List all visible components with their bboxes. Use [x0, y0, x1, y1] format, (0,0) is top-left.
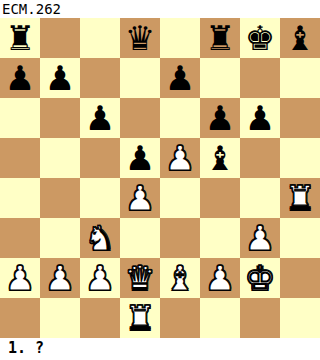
square-g2[interactable]: ♚ [240, 258, 280, 298]
square-f3[interactable] [200, 218, 240, 258]
square-g1[interactable] [240, 298, 280, 338]
square-g5[interactable] [240, 138, 280, 178]
black-rook-piece: ♜ [200, 18, 240, 58]
square-a1[interactable] [0, 298, 40, 338]
square-c6[interactable]: ♟ [80, 98, 120, 138]
square-b2[interactable]: ♟ [40, 258, 80, 298]
square-a2[interactable]: ♟ [0, 258, 40, 298]
square-f6[interactable]: ♟ [200, 98, 240, 138]
square-e2[interactable]: ♝ [160, 258, 200, 298]
square-g3[interactable]: ♟ [240, 218, 280, 258]
square-h4[interactable]: ♜ [280, 178, 320, 218]
black-pawn-piece: ♟ [120, 138, 160, 178]
white-pawn-piece: ♟ [40, 258, 80, 298]
square-c8[interactable] [80, 18, 120, 58]
square-h3[interactable] [280, 218, 320, 258]
square-d4[interactable]: ♟ [120, 178, 160, 218]
square-d8[interactable]: ♛ [120, 18, 160, 58]
square-e4[interactable] [160, 178, 200, 218]
square-c5[interactable] [80, 138, 120, 178]
square-d1[interactable]: ♜ [120, 298, 160, 338]
square-c2[interactable]: ♟ [80, 258, 120, 298]
black-queen-piece: ♛ [120, 18, 160, 58]
square-b3[interactable] [40, 218, 80, 258]
square-f7[interactable] [200, 58, 240, 98]
square-e7[interactable]: ♟ [160, 58, 200, 98]
square-f5[interactable]: ♝ [200, 138, 240, 178]
square-g7[interactable] [240, 58, 280, 98]
square-b1[interactable] [40, 298, 80, 338]
square-g8[interactable]: ♚ [240, 18, 280, 58]
chess-board: ♜♛♜♚♝♟♟♟♟♟♟♟♟♝♟♜♞♟♟♟♟♛♝♟♚♜ [0, 18, 320, 338]
white-rook-piece: ♜ [280, 178, 320, 218]
square-f1[interactable] [200, 298, 240, 338]
black-pawn-piece: ♟ [160, 58, 200, 98]
black-rook-piece: ♜ [0, 18, 40, 58]
white-pawn-piece: ♟ [120, 178, 160, 218]
square-h8[interactable]: ♝ [280, 18, 320, 58]
square-d2[interactable]: ♛ [120, 258, 160, 298]
square-c1[interactable] [80, 298, 120, 338]
square-a7[interactable]: ♟ [0, 58, 40, 98]
square-e8[interactable] [160, 18, 200, 58]
square-h7[interactable] [280, 58, 320, 98]
square-h6[interactable] [280, 98, 320, 138]
square-b8[interactable] [40, 18, 80, 58]
black-pawn-piece: ♟ [200, 98, 240, 138]
square-b7[interactable]: ♟ [40, 58, 80, 98]
square-f4[interactable] [200, 178, 240, 218]
square-a6[interactable] [0, 98, 40, 138]
square-c3[interactable]: ♞ [80, 218, 120, 258]
square-e6[interactable] [160, 98, 200, 138]
white-pawn-piece: ♟ [80, 258, 120, 298]
black-king-piece: ♚ [240, 18, 280, 58]
black-pawn-piece: ♟ [80, 98, 120, 138]
square-b6[interactable] [40, 98, 80, 138]
black-pawn-piece: ♟ [40, 58, 80, 98]
square-e1[interactable] [160, 298, 200, 338]
square-a4[interactable] [0, 178, 40, 218]
square-h1[interactable] [280, 298, 320, 338]
square-d6[interactable] [120, 98, 160, 138]
square-e3[interactable] [160, 218, 200, 258]
square-a8[interactable]: ♜ [0, 18, 40, 58]
square-c4[interactable] [80, 178, 120, 218]
white-king-piece: ♚ [240, 258, 280, 298]
square-c7[interactable] [80, 58, 120, 98]
white-rook-piece: ♜ [120, 298, 160, 338]
square-a5[interactable] [0, 138, 40, 178]
square-a3[interactable] [0, 218, 40, 258]
white-knight-piece: ♞ [80, 218, 120, 258]
square-d5[interactable]: ♟ [120, 138, 160, 178]
square-b5[interactable] [40, 138, 80, 178]
black-bishop-piece: ♝ [200, 138, 240, 178]
square-h2[interactable] [280, 258, 320, 298]
square-f8[interactable]: ♜ [200, 18, 240, 58]
black-pawn-piece: ♟ [240, 98, 280, 138]
square-g4[interactable] [240, 178, 280, 218]
square-b4[interactable] [40, 178, 80, 218]
white-pawn-piece: ♟ [160, 138, 200, 178]
black-pawn-piece: ♟ [0, 58, 40, 98]
square-g6[interactable]: ♟ [240, 98, 280, 138]
square-d7[interactable] [120, 58, 160, 98]
square-e5[interactable]: ♟ [160, 138, 200, 178]
move-prompt: 1. ? [0, 338, 320, 360]
white-pawn-piece: ♟ [240, 218, 280, 258]
white-pawn-piece: ♟ [0, 258, 40, 298]
black-bishop-piece: ♝ [280, 18, 320, 58]
white-pawn-piece: ♟ [200, 258, 240, 298]
white-queen-piece: ♛ [120, 258, 160, 298]
square-d3[interactable] [120, 218, 160, 258]
square-h5[interactable] [280, 138, 320, 178]
square-f2[interactable]: ♟ [200, 258, 240, 298]
white-bishop-piece: ♝ [160, 258, 200, 298]
puzzle-title: ECM.262 [0, 0, 320, 18]
